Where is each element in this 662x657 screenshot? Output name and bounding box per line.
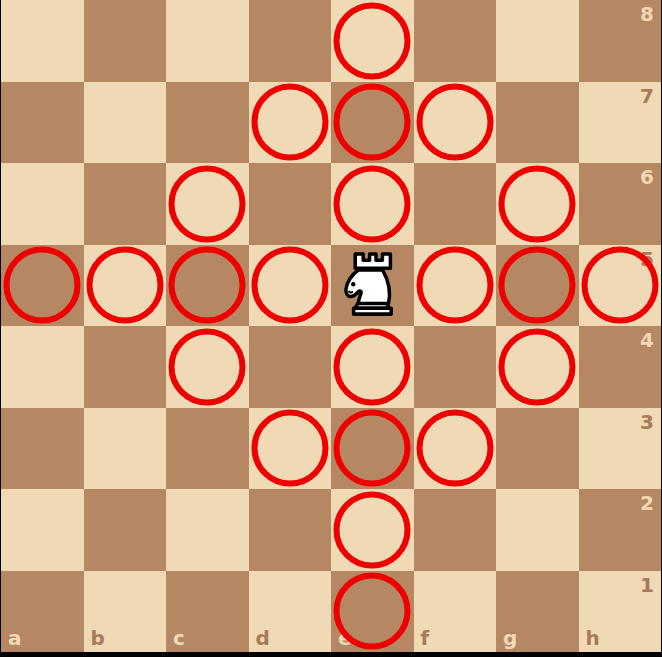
square-d2[interactable] bbox=[249, 489, 332, 571]
move-circle-g6 bbox=[499, 165, 576, 242]
file-label-d: d bbox=[256, 626, 270, 650]
chessboard-diagram: { "game": "chess (fairy-piece movement d… bbox=[0, 0, 662, 657]
file-label-h: h bbox=[586, 626, 600, 650]
rank-label-1: 1 bbox=[640, 573, 654, 597]
square-b2[interactable] bbox=[84, 489, 167, 571]
square-g8[interactable] bbox=[496, 0, 579, 82]
move-circle-f3 bbox=[416, 410, 493, 487]
square-c4[interactable] bbox=[166, 326, 249, 408]
chess-board: 876 5432abcdefgh1 bbox=[1, 0, 661, 652]
white-chancellor-piece[interactable] bbox=[336, 248, 408, 320]
square-b8[interactable] bbox=[84, 0, 167, 82]
square-e8[interactable] bbox=[331, 0, 414, 82]
square-h5[interactable]: 5 bbox=[579, 245, 662, 327]
file-label-a: a bbox=[8, 626, 22, 650]
square-g2[interactable] bbox=[496, 489, 579, 571]
square-d1[interactable]: d bbox=[249, 571, 332, 653]
square-d4[interactable] bbox=[249, 326, 332, 408]
move-circle-a5 bbox=[4, 247, 81, 324]
move-circle-e2 bbox=[334, 491, 411, 568]
square-d3[interactable] bbox=[249, 408, 332, 490]
square-f4[interactable] bbox=[414, 326, 497, 408]
move-circle-g4 bbox=[499, 328, 576, 405]
move-circle-g5 bbox=[499, 247, 576, 324]
move-circle-b5 bbox=[86, 247, 163, 324]
square-h8[interactable]: 8 bbox=[579, 0, 662, 82]
move-circle-f5 bbox=[416, 247, 493, 324]
square-a8[interactable] bbox=[1, 0, 84, 82]
square-h3[interactable]: 3 bbox=[579, 408, 662, 490]
square-b5[interactable] bbox=[84, 245, 167, 327]
square-g4[interactable] bbox=[496, 326, 579, 408]
square-g3[interactable] bbox=[496, 408, 579, 490]
square-f2[interactable] bbox=[414, 489, 497, 571]
square-d5[interactable] bbox=[249, 245, 332, 327]
square-c8[interactable] bbox=[166, 0, 249, 82]
rank-label-7: 7 bbox=[640, 84, 654, 108]
move-circle-e1 bbox=[334, 573, 411, 650]
file-label-b: b bbox=[91, 626, 105, 650]
square-b6[interactable] bbox=[84, 163, 167, 245]
square-h6[interactable]: 6 bbox=[579, 163, 662, 245]
move-circle-f7 bbox=[416, 84, 493, 161]
square-a3[interactable] bbox=[1, 408, 84, 490]
square-a5[interactable] bbox=[1, 245, 84, 327]
square-h2[interactable]: 2 bbox=[579, 489, 662, 571]
square-b3[interactable] bbox=[84, 408, 167, 490]
move-circle-c4 bbox=[169, 328, 246, 405]
move-circle-d5 bbox=[251, 247, 328, 324]
move-circle-c5 bbox=[169, 247, 246, 324]
move-circle-e6 bbox=[334, 165, 411, 242]
square-e2[interactable] bbox=[331, 489, 414, 571]
square-a4[interactable] bbox=[1, 326, 84, 408]
square-a1[interactable]: a bbox=[1, 571, 84, 653]
rank-label-6: 6 bbox=[640, 165, 654, 189]
move-circle-d3 bbox=[251, 410, 328, 487]
rank-label-8: 8 bbox=[640, 2, 654, 26]
square-b7[interactable] bbox=[84, 82, 167, 164]
square-b4[interactable] bbox=[84, 326, 167, 408]
square-h1[interactable]: h1 bbox=[579, 571, 662, 653]
square-c2[interactable] bbox=[166, 489, 249, 571]
square-h4[interactable]: 4 bbox=[579, 326, 662, 408]
file-label-c: c bbox=[173, 626, 185, 650]
square-h7[interactable]: 7 bbox=[579, 82, 662, 164]
square-b1[interactable]: b bbox=[84, 571, 167, 653]
square-e6[interactable] bbox=[331, 163, 414, 245]
square-d7[interactable] bbox=[249, 82, 332, 164]
square-a7[interactable] bbox=[1, 82, 84, 164]
move-circle-e4 bbox=[334, 328, 411, 405]
square-e1[interactable]: e bbox=[331, 571, 414, 653]
square-g6[interactable] bbox=[496, 163, 579, 245]
move-circle-e7 bbox=[334, 84, 411, 161]
square-d6[interactable] bbox=[249, 163, 332, 245]
square-c7[interactable] bbox=[166, 82, 249, 164]
rank-label-4: 4 bbox=[640, 328, 654, 352]
move-circle-h5 bbox=[581, 247, 658, 324]
square-d8[interactable] bbox=[249, 0, 332, 82]
square-e5[interactable] bbox=[331, 245, 414, 327]
square-f6[interactable] bbox=[414, 163, 497, 245]
square-e3[interactable] bbox=[331, 408, 414, 490]
square-e4[interactable] bbox=[331, 326, 414, 408]
square-c3[interactable] bbox=[166, 408, 249, 490]
move-circle-c6 bbox=[169, 165, 246, 242]
move-circle-d7 bbox=[251, 84, 328, 161]
square-g7[interactable] bbox=[496, 82, 579, 164]
square-g1[interactable]: g bbox=[496, 571, 579, 653]
move-circle-e3 bbox=[334, 410, 411, 487]
rank-label-3: 3 bbox=[640, 410, 654, 434]
file-label-g: g bbox=[503, 626, 517, 650]
square-e7[interactable] bbox=[331, 82, 414, 164]
square-f8[interactable] bbox=[414, 0, 497, 82]
square-c1[interactable]: c bbox=[166, 571, 249, 653]
square-a2[interactable] bbox=[1, 489, 84, 571]
square-c5[interactable] bbox=[166, 245, 249, 327]
square-f5[interactable] bbox=[414, 245, 497, 327]
square-a6[interactable] bbox=[1, 163, 84, 245]
file-label-f: f bbox=[421, 626, 430, 650]
square-f1[interactable]: f bbox=[414, 571, 497, 653]
square-f3[interactable] bbox=[414, 408, 497, 490]
square-f7[interactable] bbox=[414, 82, 497, 164]
rank-label-2: 2 bbox=[640, 491, 654, 515]
move-circle-e8 bbox=[334, 2, 411, 79]
square-c6[interactable] bbox=[166, 163, 249, 245]
square-g5[interactable] bbox=[496, 245, 579, 327]
